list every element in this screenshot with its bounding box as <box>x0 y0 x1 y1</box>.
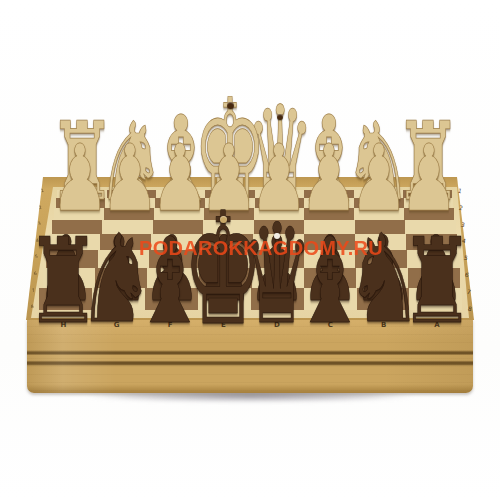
piece-black-queen-d8: ♛ <box>241 206 313 344</box>
piece-white-pawn-f2: ♟ <box>150 133 209 225</box>
finial-black-king <box>220 216 227 223</box>
piece-white-pawn-c2: ♟ <box>299 133 358 225</box>
piece-black-pawn-h7: ♟ <box>37 224 95 314</box>
finial-white-king <box>227 102 234 109</box>
finial-white-queen <box>277 114 283 120</box>
piece-black-pawn-a7: ♟ <box>406 224 464 314</box>
piece-white-bishop-f1: ♝ <box>143 100 219 218</box>
piece-white-rook-h1: ♜ <box>47 108 117 216</box>
piece-black-king-e8: ♚ <box>183 192 264 347</box>
piece-white-king-e1: ♚ <box>193 80 267 222</box>
piece-white-knight-b1: ♞ <box>343 108 413 216</box>
piece-white-pawn-g2: ♟ <box>100 133 159 225</box>
piece-white-pawn-d2: ♟ <box>250 133 309 225</box>
piece-white-pawn-a2: ♟ <box>399 133 458 225</box>
piece-white-knight-g1: ♞ <box>97 108 167 216</box>
piece-white-rook-a1: ♜ <box>393 108 463 216</box>
piece-white-bishop-c1: ♝ <box>291 100 367 218</box>
watermark-text: PODAROKKAGDOMY.RU <box>139 238 383 258</box>
piece-white-pawn-b2: ♟ <box>349 133 408 225</box>
piece-black-rook-h8: ♜ <box>25 222 101 340</box>
piece-black-rook-a8: ♜ <box>399 222 475 340</box>
piece-white-pawn-h2: ♟ <box>50 133 109 225</box>
piece-white-queen-d1: ♛ <box>245 88 314 220</box>
piece-white-pawn-e2: ♟ <box>200 133 259 225</box>
chess-set-product-photo: HGFEDCBA 1122334455667788 ♜♞♝♛♚♝♞♜♟♟♟♟♟♟… <box>0 0 500 500</box>
